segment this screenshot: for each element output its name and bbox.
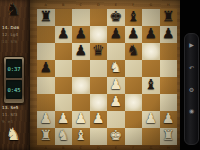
square-g4[interactable]: ♝ <box>142 77 160 94</box>
black-knight-f6[interactable]: ♞ <box>125 42 143 59</box>
black-rook-a8[interactable]: ♜ <box>37 8 55 25</box>
white-time-display: 0:45 <box>6 80 22 99</box>
square-b1[interactable]: ♞ <box>55 128 73 145</box>
move-entry[interactable]: 11. Sf3 <box>2 111 29 118</box>
white-pawn-b2[interactable]: ♟ <box>55 110 73 127</box>
square-b5[interactable] <box>55 60 73 77</box>
square-d1[interactable] <box>90 128 108 145</box>
square-g3[interactable] <box>142 94 160 111</box>
white-pawn-d2[interactable]: ♟ <box>90 110 108 127</box>
square-d6[interactable]: ♛ <box>90 43 108 60</box>
black-pawn-g7[interactable]: ♟ <box>142 25 160 42</box>
square-e5[interactable]: ♞ <box>107 60 125 77</box>
square-d8[interactable] <box>90 9 108 26</box>
play-icon[interactable]: ▶ <box>185 42 198 48</box>
square-f6[interactable]: ♞ <box>125 43 143 60</box>
square-e2[interactable] <box>107 111 125 128</box>
square-c7[interactable]: ♟ <box>72 26 90 43</box>
move-entry[interactable]: 10. Sf6 <box>2 38 29 45</box>
square-e1[interactable]: ♚ <box>107 128 125 145</box>
left-sidebar: ♞ 14. Dd6 12. Lg4 10. Sf6 0:37 0:45 13. … <box>0 0 30 150</box>
square-b3[interactable] <box>55 94 73 111</box>
file-label-c: C <box>72 1 90 9</box>
white-rook-a1[interactable]: ♜ <box>37 127 55 144</box>
square-g2[interactable]: ♟ <box>142 111 160 128</box>
square-a7[interactable] <box>37 26 55 43</box>
black-pawn-c6[interactable]: ♟ <box>72 42 90 59</box>
square-d5[interactable] <box>90 60 108 77</box>
square-g8[interactable] <box>142 9 160 26</box>
square-a3[interactable] <box>37 94 55 111</box>
white-move-list[interactable]: 13. Se5 11. Sf3 9. e3 <box>2 104 29 125</box>
black-rook-h8[interactable]: ♜ <box>160 8 178 25</box>
square-f3[interactable] <box>125 94 143 111</box>
black-pawn-b7[interactable]: ♟ <box>55 25 73 42</box>
square-c3[interactable] <box>72 94 90 111</box>
square-d4[interactable] <box>90 77 108 94</box>
chess-board[interactable]: ♜♚♝♜♟♟♟♟♟♟♟♛♞♟♞♟♝♟♟♟♟♟♟♟♜♞♝♚♜ <box>37 9 177 145</box>
square-b2[interactable]: ♟ <box>55 111 73 128</box>
legal-move-highlight-c4[interactable] <box>72 77 90 94</box>
black-queen-d6[interactable]: ♛ <box>90 42 108 59</box>
white-pawn-e3[interactable]: ♟ <box>107 93 125 110</box>
black-player-knight-icon: ♞ <box>2 1 24 18</box>
black-pawn-h7[interactable]: ♟ <box>160 25 178 42</box>
square-c8[interactable] <box>72 9 90 26</box>
white-player-knight-icon: ♞ <box>2 126 24 143</box>
toolbar[interactable]: ▶↶⚙◉ <box>184 33 199 145</box>
legal-move-highlight-f3[interactable] <box>125 94 143 111</box>
square-a4[interactable] <box>37 77 55 94</box>
black-bishop-f8[interactable]: ♝ <box>125 8 143 25</box>
square-d7[interactable] <box>90 26 108 43</box>
file-label-d: D <box>90 1 108 9</box>
square-h3[interactable] <box>160 94 178 111</box>
square-c5[interactable] <box>72 60 90 77</box>
square-b7[interactable]: ♟ <box>55 26 73 43</box>
square-b4[interactable] <box>55 77 73 94</box>
square-c6[interactable]: ♟ <box>72 43 90 60</box>
square-f5[interactable] <box>125 60 143 77</box>
legal-move-highlight-g6[interactable] <box>142 43 160 60</box>
square-b8[interactable] <box>55 9 73 26</box>
square-f8[interactable]: ♝ <box>125 9 143 26</box>
move-entry[interactable]: 14. Dd6 <box>2 24 29 31</box>
square-h4[interactable] <box>160 77 178 94</box>
white-king-e1[interactable]: ♚ <box>107 127 125 144</box>
square-c1[interactable]: ♝ <box>72 128 90 145</box>
black-move-list[interactable]: 14. Dd6 12. Lg4 10. Sf6 <box>2 24 29 45</box>
dial-icon[interactable]: ◉ <box>185 108 198 114</box>
black-time-display: 0:37 <box>6 59 22 78</box>
right-panel: ▶↶⚙◉ <box>180 0 200 150</box>
square-f4[interactable] <box>125 77 143 94</box>
white-rook-h1[interactable]: ♜ <box>160 127 178 144</box>
undo-icon[interactable]: ↶ <box>185 65 198 71</box>
square-a6[interactable] <box>37 43 55 60</box>
square-h2[interactable]: ♟ <box>160 111 178 128</box>
legal-move-highlight-d3[interactable] <box>90 94 108 111</box>
square-f7[interactable]: ♟ <box>125 26 143 43</box>
white-pawn-a2[interactable]: ♟ <box>37 110 55 127</box>
settings-icon[interactable]: ⚙ <box>185 87 198 93</box>
white-knight-e5[interactable]: ♞ <box>107 59 125 76</box>
square-a2[interactable]: ♟ <box>37 111 55 128</box>
file-label-g: G <box>142 1 160 9</box>
square-e6[interactable] <box>107 43 125 60</box>
square-h8[interactable]: ♜ <box>160 9 178 26</box>
square-h7[interactable]: ♟ <box>160 26 178 43</box>
square-e4[interactable]: ♟ <box>107 77 125 94</box>
square-a5[interactable]: ♟ <box>37 60 55 77</box>
white-pawn-c2[interactable]: ♟ <box>72 110 90 127</box>
white-pawn-e4[interactable]: ♟ <box>107 76 125 93</box>
black-pawn-c7[interactable]: ♟ <box>72 25 90 42</box>
square-c2[interactable]: ♟ <box>72 111 90 128</box>
square-g5[interactable] <box>142 60 160 77</box>
black-pawn-a5[interactable]: ♟ <box>37 59 55 76</box>
chess-clock: 0:37 0:45 <box>3 56 25 104</box>
black-pawn-f7[interactable]: ♟ <box>125 25 143 42</box>
square-g7[interactable]: ♟ <box>142 26 160 43</box>
square-d2[interactable]: ♟ <box>90 111 108 128</box>
square-b6[interactable] <box>55 43 73 60</box>
white-pawn-g2[interactable]: ♟ <box>142 110 160 127</box>
white-bishop-c1[interactable]: ♝ <box>72 127 90 144</box>
square-g1[interactable] <box>142 128 160 145</box>
file-label-b: B <box>55 1 73 9</box>
square-h1[interactable]: ♜ <box>160 128 178 145</box>
square-f1[interactable] <box>125 128 143 145</box>
square-a8[interactable]: ♜ <box>37 9 55 26</box>
move-entry[interactable]: 13. Se5 <box>2 104 29 111</box>
black-pawn-e7[interactable]: ♟ <box>107 25 125 42</box>
square-h5[interactable] <box>160 60 178 77</box>
white-pawn-h2[interactable]: ♟ <box>160 110 178 127</box>
square-g6[interactable] <box>142 43 160 60</box>
legal-move-highlight-d7[interactable] <box>90 26 108 43</box>
white-knight-b1[interactable]: ♞ <box>55 127 73 144</box>
chess-app-screen: ♞ 14. Dd6 12. Lg4 10. Sf6 0:37 0:45 13. … <box>0 0 200 150</box>
square-h6[interactable] <box>160 43 178 60</box>
square-f2[interactable] <box>125 111 143 128</box>
square-e8[interactable]: ♚ <box>107 9 125 26</box>
square-e7[interactable]: ♟ <box>107 26 125 43</box>
black-king-e8[interactable]: ♚ <box>107 8 125 25</box>
square-e3[interactable]: ♟ <box>107 94 125 111</box>
square-a1[interactable]: ♜ <box>37 128 55 145</box>
black-bishop-g4[interactable]: ♝ <box>142 76 160 93</box>
move-entry[interactable]: 12. Lg4 <box>2 31 29 38</box>
square-c4[interactable] <box>72 77 90 94</box>
square-d3[interactable] <box>90 94 108 111</box>
